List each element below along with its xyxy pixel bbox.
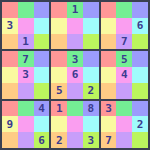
cell-r5c2[interactable]: 3	[18, 67, 34, 83]
box-0-0: 31	[2, 2, 49, 49]
cell-r9c4[interactable]: 2	[51, 132, 67, 148]
cell-r6c3[interactable]	[34, 83, 50, 99]
cell-r2c5[interactable]	[67, 18, 83, 34]
cell-r5c4[interactable]	[51, 67, 67, 83]
cell-r5c1[interactable]	[2, 67, 18, 83]
cell-r1c5[interactable]: 1	[67, 2, 83, 18]
cell-r3c3[interactable]	[34, 34, 50, 50]
cell-r8c6[interactable]	[83, 116, 99, 132]
cell-r1c8[interactable]	[116, 2, 132, 18]
cell-r6c4[interactable]: 5	[51, 83, 67, 99]
cell-r8c4[interactable]	[51, 116, 67, 132]
cell-r2c1[interactable]: 3	[2, 18, 18, 34]
cell-r9c8[interactable]	[116, 132, 132, 148]
cell-r3c6[interactable]	[83, 34, 99, 50]
cell-r7c2[interactable]	[18, 101, 34, 117]
cell-r6c2[interactable]	[18, 83, 34, 99]
cell-r3c7[interactable]	[101, 34, 117, 50]
box-0-1: 1	[51, 2, 98, 49]
cell-r8c7[interactable]	[101, 116, 117, 132]
cell-r2c2[interactable]	[18, 18, 34, 34]
box-2-1: 1823	[51, 101, 98, 148]
cell-r1c4[interactable]	[51, 2, 67, 18]
cell-r1c2[interactable]	[18, 2, 34, 18]
cell-r8c5[interactable]	[67, 116, 83, 132]
cell-r7c6[interactable]: 8	[83, 101, 99, 117]
box-2-0: 496	[2, 101, 49, 148]
box-0-2: 67	[101, 2, 148, 49]
cell-r6c7[interactable]	[101, 83, 117, 99]
cell-r9c9[interactable]	[132, 132, 148, 148]
sudoku-board: 31167733652544961823327	[0, 0, 150, 150]
box-2-2: 327	[101, 101, 148, 148]
cell-r9c5[interactable]	[67, 132, 83, 148]
cell-r8c8[interactable]	[116, 116, 132, 132]
cell-r6c6[interactable]: 2	[83, 83, 99, 99]
cell-r3c8[interactable]: 7	[116, 34, 132, 50]
cell-r5c9[interactable]	[132, 67, 148, 83]
box-1-2: 54	[101, 51, 148, 98]
cell-r3c2[interactable]: 1	[18, 34, 34, 50]
cell-r4c5[interactable]: 3	[67, 51, 83, 67]
cell-r1c7[interactable]	[101, 2, 117, 18]
cell-r3c9[interactable]	[132, 34, 148, 50]
cell-r5c7[interactable]	[101, 67, 117, 83]
cell-r7c9[interactable]	[132, 101, 148, 117]
cell-r2c9[interactable]: 6	[132, 18, 148, 34]
cell-r8c2[interactable]	[18, 116, 34, 132]
cell-r4c6[interactable]	[83, 51, 99, 67]
box-1-0: 73	[2, 51, 49, 98]
cell-r5c8[interactable]: 4	[116, 67, 132, 83]
cell-r4c3[interactable]	[34, 51, 50, 67]
cell-r2c8[interactable]	[116, 18, 132, 34]
cell-r9c1[interactable]	[2, 132, 18, 148]
cell-r6c5[interactable]	[67, 83, 83, 99]
cell-r9c7[interactable]: 7	[101, 132, 117, 148]
cell-r1c9[interactable]	[132, 2, 148, 18]
cell-r5c5[interactable]: 6	[67, 67, 83, 83]
cell-r7c5[interactable]	[67, 101, 83, 117]
cell-r8c1[interactable]: 9	[2, 116, 18, 132]
cell-r3c4[interactable]	[51, 34, 67, 50]
cell-r2c6[interactable]	[83, 18, 99, 34]
cell-r8c3[interactable]	[34, 116, 50, 132]
cell-r4c4[interactable]	[51, 51, 67, 67]
cell-r1c3[interactable]	[34, 2, 50, 18]
cell-r9c2[interactable]	[18, 132, 34, 148]
cell-r7c4[interactable]: 1	[51, 101, 67, 117]
cell-r5c6[interactable]	[83, 67, 99, 83]
cell-r1c1[interactable]	[2, 2, 18, 18]
cell-r7c1[interactable]	[2, 101, 18, 117]
box-1-1: 3652	[51, 51, 98, 98]
cell-r9c3[interactable]: 6	[34, 132, 50, 148]
cell-r2c3[interactable]	[34, 18, 50, 34]
cell-r4c2[interactable]: 7	[18, 51, 34, 67]
cell-r6c9[interactable]	[132, 83, 148, 99]
cell-r9c6[interactable]: 3	[83, 132, 99, 148]
cell-r7c7[interactable]: 3	[101, 101, 117, 117]
cell-r1c6[interactable]	[83, 2, 99, 18]
cell-r8c9[interactable]: 2	[132, 116, 148, 132]
cell-r2c4[interactable]	[51, 18, 67, 34]
cell-r4c7[interactable]	[101, 51, 117, 67]
cell-r3c5[interactable]	[67, 34, 83, 50]
cell-r6c8[interactable]	[116, 83, 132, 99]
cell-r7c3[interactable]: 4	[34, 101, 50, 117]
cell-r3c1[interactable]	[2, 34, 18, 50]
cell-r2c7[interactable]	[101, 18, 117, 34]
cell-r4c1[interactable]	[2, 51, 18, 67]
cell-r4c8[interactable]: 5	[116, 51, 132, 67]
cell-r6c1[interactable]	[2, 83, 18, 99]
cell-r7c8[interactable]	[116, 101, 132, 117]
cell-r5c3[interactable]	[34, 67, 50, 83]
cell-r4c9[interactable]	[132, 51, 148, 67]
